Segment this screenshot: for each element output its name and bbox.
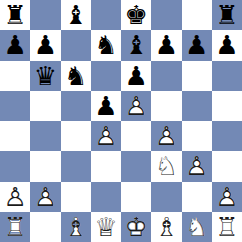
square-b8[interactable] [30, 0, 60, 30]
piece-outline-glyph: ♖ [0, 212, 30, 242]
square-h5[interactable] [212, 91, 242, 121]
piece-outline-glyph: ♘ [151, 151, 181, 181]
square-h6[interactable] [212, 61, 242, 91]
square-g2[interactable] [182, 182, 212, 212]
piece-outline-glyph: ♙ [212, 182, 242, 212]
piece-white-pawn[interactable]: ♟♙ [151, 121, 181, 151]
piece-outline-glyph: ♙ [121, 91, 151, 121]
square-c1[interactable]: ♝♗ [61, 212, 91, 242]
square-c2[interactable] [61, 182, 91, 212]
piece-white-rook[interactable]: ♜♖ [0, 212, 30, 242]
piece-white-pawn[interactable]: ♟♙ [182, 151, 212, 181]
square-c4[interactable] [61, 121, 91, 151]
piece-glyph: ♜ [0, 0, 30, 30]
piece-black-pawn[interactable]: ♟ [91, 91, 121, 121]
square-h7[interactable]: ♟ [212, 30, 242, 60]
square-c8[interactable]: ♝ [61, 0, 91, 30]
piece-black-queen[interactable]: ♛ [30, 61, 60, 91]
square-g6[interactable] [182, 61, 212, 91]
square-f1[interactable]: ♝♗ [151, 212, 181, 242]
piece-glyph: ♟ [212, 30, 242, 60]
piece-glyph: ♟ [182, 30, 212, 60]
piece-outline-glyph: ♙ [91, 121, 121, 151]
square-d3[interactable] [91, 151, 121, 181]
square-a6[interactable] [0, 61, 30, 91]
square-d5[interactable]: ♟ [91, 91, 121, 121]
piece-black-rook[interactable]: ♜ [212, 0, 242, 30]
piece-white-king[interactable]: ♚♔ [121, 212, 151, 242]
square-f3[interactable]: ♞♘ [151, 151, 181, 181]
square-a3[interactable] [0, 151, 30, 181]
piece-outline-glyph: ♕ [91, 212, 121, 242]
square-g5[interactable] [182, 91, 212, 121]
piece-glyph: ♟ [121, 61, 151, 91]
square-g3[interactable]: ♟♙ [182, 151, 212, 181]
square-f7[interactable]: ♟ [151, 30, 181, 60]
piece-glyph: ♝ [121, 30, 151, 60]
piece-outline-glyph: ♙ [182, 151, 212, 181]
square-h3[interactable] [212, 151, 242, 181]
piece-glyph: ♟ [151, 30, 181, 60]
square-g7[interactable]: ♟ [182, 30, 212, 60]
square-e4[interactable] [121, 121, 151, 151]
square-b3[interactable] [30, 151, 60, 181]
square-b7[interactable]: ♟ [30, 30, 60, 60]
square-d6[interactable] [91, 61, 121, 91]
piece-white-pawn[interactable]: ♟♙ [30, 182, 60, 212]
piece-white-knight[interactable]: ♞♘ [151, 151, 181, 181]
square-e1[interactable]: ♚♔ [121, 212, 151, 242]
piece-glyph: ♞ [91, 30, 121, 60]
chess-board: ♜♝♚♜♟♟♞♝♟♟♟♛♞♟♟♟♙♟♙♟♙♞♘♟♙♟♙♟♙♟♙♜♖♝♗♛♕♚♔♝… [0, 0, 242, 242]
square-d1[interactable]: ♛♕ [91, 212, 121, 242]
square-c7[interactable] [61, 30, 91, 60]
square-c3[interactable] [61, 151, 91, 181]
piece-white-pawn[interactable]: ♟♙ [0, 182, 30, 212]
square-e7[interactable]: ♝ [121, 30, 151, 60]
piece-outline-glyph: ♗ [151, 212, 181, 242]
piece-black-king[interactable]: ♚ [121, 0, 151, 30]
square-c5[interactable] [61, 91, 91, 121]
piece-glyph: ♝ [61, 0, 91, 30]
piece-glyph: ♞ [61, 61, 91, 91]
piece-glyph: ♟ [0, 30, 30, 60]
piece-black-rook[interactable]: ♜ [0, 0, 30, 30]
piece-outline-glyph: ♙ [151, 121, 181, 151]
square-e5[interactable]: ♟♙ [121, 91, 151, 121]
piece-white-rook[interactable]: ♜♖ [212, 212, 242, 242]
piece-black-pawn[interactable]: ♟ [212, 30, 242, 60]
piece-glyph: ♜ [212, 0, 242, 30]
square-a1[interactable]: ♜♖ [0, 212, 30, 242]
square-g4[interactable] [182, 121, 212, 151]
piece-glyph: ♛ [30, 61, 60, 91]
square-d2[interactable] [91, 182, 121, 212]
piece-white-pawn[interactable]: ♟♙ [212, 182, 242, 212]
square-f4[interactable]: ♟♙ [151, 121, 181, 151]
square-b4[interactable] [30, 121, 60, 151]
piece-black-pawn[interactable]: ♟ [0, 30, 30, 60]
piece-black-knight[interactable]: ♞ [61, 61, 91, 91]
square-f5[interactable] [151, 91, 181, 121]
square-h4[interactable] [212, 121, 242, 151]
piece-white-pawn[interactable]: ♟♙ [121, 91, 151, 121]
square-f2[interactable] [151, 182, 181, 212]
piece-outline-glyph: ♗ [61, 212, 91, 242]
square-a5[interactable] [0, 91, 30, 121]
piece-glyph: ♚ [121, 0, 151, 30]
piece-white-pawn[interactable]: ♟♙ [91, 121, 121, 151]
square-b2[interactable]: ♟♙ [30, 182, 60, 212]
piece-glyph: ♟ [30, 30, 60, 60]
square-c6[interactable]: ♞ [61, 61, 91, 91]
piece-black-knight[interactable]: ♞ [91, 30, 121, 60]
square-a4[interactable] [0, 121, 30, 151]
square-h1[interactable]: ♜♖ [212, 212, 242, 242]
square-f8[interactable] [151, 0, 181, 30]
square-d8[interactable] [91, 0, 121, 30]
square-b6[interactable]: ♛ [30, 61, 60, 91]
square-a2[interactable]: ♟♙ [0, 182, 30, 212]
square-b5[interactable] [30, 91, 60, 121]
square-b1[interactable] [30, 212, 60, 242]
piece-glyph: ♟ [91, 91, 121, 121]
piece-black-pawn[interactable]: ♟ [121, 61, 151, 91]
piece-white-knight[interactable]: ♞♘ [182, 212, 212, 242]
square-g8[interactable] [182, 0, 212, 30]
square-a7[interactable]: ♟ [0, 30, 30, 60]
piece-white-bishop[interactable]: ♝♗ [151, 212, 181, 242]
piece-outline-glyph: ♙ [0, 182, 30, 212]
square-g1[interactable]: ♞♘ [182, 212, 212, 242]
square-d4[interactable]: ♟♙ [91, 121, 121, 151]
square-f6[interactable] [151, 61, 181, 91]
piece-outline-glyph: ♔ [121, 212, 151, 242]
piece-outline-glyph: ♘ [182, 212, 212, 242]
square-a8[interactable]: ♜ [0, 0, 30, 30]
square-e8[interactable]: ♚ [121, 0, 151, 30]
square-d7[interactable]: ♞ [91, 30, 121, 60]
square-e6[interactable]: ♟ [121, 61, 151, 91]
piece-white-bishop[interactable]: ♝♗ [61, 212, 91, 242]
piece-black-pawn[interactable]: ♟ [30, 30, 60, 60]
piece-outline-glyph: ♙ [30, 182, 60, 212]
piece-black-pawn[interactable]: ♟ [182, 30, 212, 60]
square-h2[interactable]: ♟♙ [212, 182, 242, 212]
piece-black-bishop[interactable]: ♝ [61, 0, 91, 30]
square-h8[interactable]: ♜ [212, 0, 242, 30]
piece-outline-glyph: ♖ [212, 212, 242, 242]
piece-black-pawn[interactable]: ♟ [151, 30, 181, 60]
square-e2[interactable] [121, 182, 151, 212]
piece-black-bishop[interactable]: ♝ [121, 30, 151, 60]
piece-white-queen[interactable]: ♛♕ [91, 212, 121, 242]
square-e3[interactable] [121, 151, 151, 181]
